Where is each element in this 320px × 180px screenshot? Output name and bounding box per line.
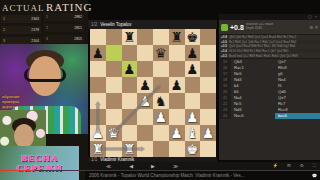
- engine-menu-icon[interactable]: ≡: [315, 25, 318, 30]
- black-score: 1/2: [91, 22, 97, 27]
- square-b1[interactable]: [106, 141, 122, 157]
- square-g5[interactable]: [185, 77, 201, 93]
- square-d1[interactable]: [137, 141, 153, 157]
- white-pawn-h2[interactable]: ♟: [200, 125, 216, 141]
- line-moves: Bxe4 fxe4 Qc2 Rb8 Rab1 Rxb1 Rxb1 Qe6 Qc5…: [229, 54, 298, 58]
- rating-value: 2882: [74, 15, 82, 19]
- fullscreen-button[interactable]: ⛶: [313, 162, 316, 170]
- engine-menu-icon[interactable]: ⚙: [309, 25, 313, 30]
- panel-icon[interactable]: ▢: [308, 14, 312, 20]
- square-b4[interactable]: [106, 93, 122, 109]
- square-a5[interactable]: [90, 77, 106, 93]
- square-f3[interactable]: [169, 109, 185, 125]
- square-a2[interactable]: ♟: [90, 125, 106, 141]
- square-f6[interactable]: [169, 61, 185, 77]
- rating-value: 2178: [31, 28, 39, 32]
- square-e1[interactable]: [153, 141, 169, 157]
- engine-toggle[interactable]: [221, 24, 228, 31]
- square-f4[interactable]: [169, 93, 185, 109]
- rating-rank: 2: [46, 26, 48, 30]
- square-c5[interactable]: [122, 77, 138, 93]
- white-pawn-d4[interactable]: ♟: [137, 93, 153, 109]
- black-king-g8[interactable]: ♚: [185, 29, 201, 45]
- black-pawn-d5[interactable]: ♟: [137, 77, 153, 93]
- banner-text: ВЕСНА: [21, 153, 58, 163]
- black-rook-f8[interactable]: ♜: [169, 29, 185, 45]
- rating-row: 22851: [44, 24, 84, 32]
- square-e5[interactable]: [153, 77, 169, 93]
- white-rook-a1[interactable]: ♜: [90, 141, 106, 157]
- white-pawn-f2[interactable]: ♟: [169, 125, 185, 141]
- square-a8[interactable]: [90, 29, 106, 45]
- square-a6[interactable]: [90, 61, 106, 77]
- rating-value: 2851: [74, 26, 82, 30]
- square-g8[interactable]: ♚: [185, 29, 201, 45]
- square-g3[interactable]: ♟: [185, 109, 201, 125]
- square-g6[interactable]: ♟: [185, 61, 201, 77]
- analysis-panel: ▢× +0.8 Stockfish 14+ NNUE Depth 22/45 ⚙…: [219, 14, 320, 160]
- square-f5[interactable]: ♟: [169, 77, 185, 93]
- square-h3[interactable]: [200, 109, 216, 125]
- square-a4[interactable]: [90, 93, 106, 109]
- square-a3[interactable]: [90, 109, 106, 125]
- white-move[interactable]: Nxc6: [231, 113, 275, 119]
- square-b7[interactable]: [106, 45, 122, 61]
- square-c1[interactable]: ♜: [122, 141, 138, 157]
- square-d4[interactable]: ♟: [137, 93, 153, 109]
- black-knight-e4[interactable]: ♞: [153, 93, 169, 109]
- square-h7[interactable]: [200, 45, 216, 61]
- white-king-g1[interactable]: ♚: [185, 141, 201, 157]
- line-eval: +0.5: [221, 44, 227, 48]
- square-f8[interactable]: ♜: [169, 29, 185, 45]
- white-bishop-g2[interactable]: ♝: [185, 125, 201, 141]
- square-d5[interactable]: ♟: [137, 77, 153, 93]
- black-pawn-c6[interactable]: ♟: [122, 61, 138, 77]
- square-c3[interactable]: [122, 109, 138, 125]
- prev-move-button[interactable]: ◀: [129, 162, 133, 170]
- video-frame: ACTUAL RATING 1234322178321044198751820 …: [0, 0, 320, 180]
- square-g4[interactable]: [185, 93, 201, 109]
- move-list: 15Qb3Qe716Rac1Rfc817Ne5g618Nd3Ne419b4f52…: [219, 59, 320, 119]
- video-progress-watched: [0, 170, 35, 171]
- square-b6[interactable]: [106, 61, 122, 77]
- black-player-name: Veselin Topalov: [100, 22, 131, 27]
- miniplayer-button[interactable]: ⊞: [287, 162, 291, 170]
- square-b3[interactable]: [106, 109, 122, 125]
- square-e8[interactable]: [153, 29, 169, 45]
- square-f1[interactable]: [169, 141, 185, 157]
- move-controls: ≪◀▶≫: [88, 162, 178, 170]
- line-moves: Qa3 Qxa3 Rxa3 Rb8 Rc2 Rb1+ Bf1 Nd6 Kg2 R…: [229, 44, 295, 48]
- black-queen-e7[interactable]: ♛: [153, 45, 169, 61]
- white-pawn-g3[interactable]: ♟: [185, 109, 201, 125]
- square-e2[interactable]: [153, 125, 169, 141]
- panel-icon[interactable]: ×: [315, 14, 317, 20]
- square-b5[interactable]: [106, 77, 122, 93]
- square-e3[interactable]: ♟: [153, 109, 169, 125]
- rating-rank: 1: [46, 15, 48, 19]
- rating-rank: 3: [3, 39, 5, 43]
- engine-depth: Depth 22/45: [246, 27, 307, 31]
- black-rook-c8[interactable]: ♜: [122, 29, 138, 45]
- stream-note: дорого: [2, 104, 19, 109]
- last-move-button[interactable]: ≫: [173, 162, 178, 170]
- square-g2[interactable]: ♝: [185, 125, 201, 141]
- rating-rank: 3: [46, 37, 48, 41]
- line-eval: +0.8: [221, 35, 227, 39]
- engine-header-icons: ⚙≡: [309, 25, 318, 30]
- white-queen-b2[interactable]: ♛: [106, 125, 122, 141]
- rating-row: 12882: [44, 13, 84, 21]
- square-a7[interactable]: ♟: [90, 45, 106, 61]
- banner-text: СЕРЕЖИ: [17, 163, 63, 173]
- line-eval: +0.6: [221, 40, 227, 44]
- engine-info: Stockfish 14+ NNUE Depth 22/45: [246, 23, 307, 30]
- chess-board[interactable]: ♜♜♚♟♛♟♟♟♟♟♟♞♟♟♟♛♟♝♟♜♜♚: [90, 29, 216, 157]
- white-pawn-a2[interactable]: ♟: [90, 125, 106, 141]
- square-e6[interactable]: [153, 61, 169, 77]
- engine-line[interactable]: +0.2Bxe4 fxe4 Qc2 Rb8 Rab1 Rxb1 Rxb1 Qe6…: [219, 53, 320, 58]
- square-c8[interactable]: ♜: [122, 29, 138, 45]
- line-moves: Qb3 Qd6 Rc2 Rb8 Qa3 Qxa3 Rxa3 Rb2 Rc2 Rx…: [229, 35, 296, 39]
- video-title: 2006 Kramnik - Topalov World Championshi…: [85, 173, 309, 178]
- black-pawn-f5[interactable]: ♟: [169, 77, 185, 93]
- black-pawn-g7[interactable]: ♟: [185, 45, 201, 61]
- white-rook-c1[interactable]: ♜: [122, 141, 138, 157]
- black-move[interactable]: bxc6: [275, 113, 320, 119]
- move-number: 24: [219, 113, 231, 119]
- square-a1[interactable]: ♜: [90, 141, 106, 157]
- playback-controls: ≪◀▶≫ ⚡⊞⚙⛶: [88, 162, 320, 170]
- square-h5[interactable]: [200, 77, 216, 93]
- black-pawn-a7[interactable]: ♟: [90, 45, 106, 61]
- square-f2[interactable]: ♟: [169, 125, 185, 141]
- square-d7[interactable]: [137, 45, 153, 61]
- player-right-controls: ⚡⊞⚙⛶: [263, 162, 320, 170]
- rating-header: RATING: [46, 1, 92, 13]
- next-move-button[interactable]: ▶: [151, 162, 155, 170]
- spring-banner: ВЕСНАСЕРЕЖИ: [0, 146, 79, 180]
- rating-row: 32815: [44, 35, 84, 43]
- streamer-headphones: [24, 68, 66, 82]
- square-h4[interactable]: [200, 93, 216, 109]
- square-e4[interactable]: ♞: [153, 93, 169, 109]
- black-pawn-g6[interactable]: ♟: [185, 61, 201, 77]
- actual-header: ACTUAL: [2, 3, 45, 13]
- rating-row: 12343: [1, 15, 41, 23]
- first-move-button[interactable]: ≪: [106, 162, 111, 170]
- square-d6[interactable]: [137, 61, 153, 77]
- line-eval: +0.4: [221, 49, 227, 53]
- rating-value: 2104: [31, 39, 39, 43]
- square-c2[interactable]: [122, 125, 138, 141]
- rating-value: 2343: [31, 17, 39, 21]
- rating-row: 22178: [1, 26, 41, 34]
- line-moves: h3 h5 Kh2 Rb8 Rc2 Rb4 Rac1 Qb7 Qa3 Rb1: [229, 49, 289, 53]
- square-e7[interactable]: ♛: [153, 45, 169, 61]
- square-g7[interactable]: ♟: [185, 45, 201, 61]
- white-pawn-e3[interactable]: ♟: [153, 109, 169, 125]
- square-d3[interactable]: [137, 109, 153, 125]
- rating-rank: 1: [3, 17, 5, 21]
- comment-icon[interactable]: 💬: [309, 173, 320, 178]
- engine-header: +0.8 Stockfish 14+ NNUE Depth 22/45 ⚙≡: [219, 20, 320, 35]
- line-eval: +0.2: [221, 54, 227, 58]
- square-b8[interactable]: [106, 29, 122, 45]
- square-g1[interactable]: ♚: [185, 141, 201, 157]
- settings-button[interactable]: ⚙: [300, 162, 304, 170]
- line-moves: Rc2 Rb8 Qa1 Qd6 Rac1 Rb6 Qa3 Qxa3 Rxa3 R…: [229, 40, 297, 44]
- square-h1[interactable]: [200, 141, 216, 157]
- rating-value: 2815: [74, 37, 82, 41]
- square-h6[interactable]: [200, 61, 216, 77]
- square-h8[interactable]: [200, 29, 216, 45]
- black-player-bar: 1/2 Veselin Topalov: [88, 20, 217, 29]
- square-c4[interactable]: [122, 93, 138, 109]
- stream-notes: обучениепроверкадорого: [2, 94, 19, 109]
- square-f7[interactable]: [169, 45, 185, 61]
- engine-toggle-button[interactable]: ⚡: [272, 162, 278, 170]
- guest-face: [14, 124, 34, 148]
- square-c6[interactable]: ♟: [122, 61, 138, 77]
- rating-rank: 2: [3, 28, 5, 32]
- engine-lines: +0.8Qb3 Qd6 Rc2 Rb8 Qa3 Qxa3 Rxa3 Rb2 Rc…: [219, 35, 320, 59]
- square-d2[interactable]: [137, 125, 153, 141]
- square-c7[interactable]: [122, 45, 138, 61]
- engine-eval: +0.8: [230, 24, 244, 31]
- stream-left-panel: ACTUAL RATING 1234322178321044198751820 …: [0, 0, 88, 180]
- square-b2[interactable]: ♛: [106, 125, 122, 141]
- video-title-bar: 2006 Kramnik - Topalov World Championshi…: [85, 171, 320, 180]
- square-d8[interactable]: [137, 29, 153, 45]
- square-h2[interactable]: ♟: [200, 125, 216, 141]
